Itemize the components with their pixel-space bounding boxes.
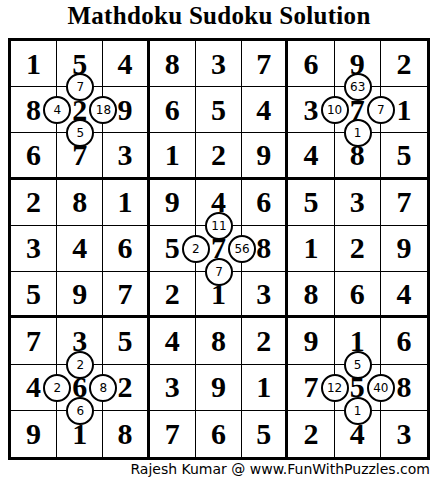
cell-r4c8: 3 — [335, 180, 381, 226]
cell-r3c4: 1 — [150, 133, 196, 179]
cell-r8c7: 7 — [288, 365, 334, 411]
cell-r2c6: 4 — [242, 87, 288, 133]
cell-r5c8: 2 — [335, 226, 381, 272]
cell-r4c5: 4 — [196, 180, 242, 226]
cell-r8c8: 5 — [335, 365, 381, 411]
cell-r2c9: 1 — [381, 87, 427, 133]
cell-r2c3: 9 — [103, 87, 149, 133]
cell-r1c1: 1 — [11, 41, 57, 87]
cell-r3c1: 6 — [11, 133, 57, 179]
cell-r7c8: 1 — [335, 318, 381, 364]
cell-r4c7: 5 — [288, 180, 334, 226]
sudoku-grid: 1548376928296543716731294852819465373465… — [8, 38, 430, 460]
cell-r5c4: 5 — [150, 226, 196, 272]
cell-r6c1: 5 — [11, 272, 57, 318]
cell-r8c4: 3 — [150, 365, 196, 411]
cell-r9c3: 8 — [103, 411, 149, 457]
cell-r4c2: 8 — [57, 180, 103, 226]
cell-r7c2: 3 — [57, 318, 103, 364]
cell-r6c4: 2 — [150, 272, 196, 318]
cell-r4c9: 7 — [381, 180, 427, 226]
cell-r2c7: 3 — [288, 87, 334, 133]
cell-r6c7: 8 — [288, 272, 334, 318]
cell-r7c9: 6 — [381, 318, 427, 364]
page: { "title": "Mathdoku Sudoku Solution", "… — [0, 0, 438, 484]
page-title: Mathdoku Sudoku Solution — [0, 2, 438, 30]
cell-r8c9: 8 — [381, 365, 427, 411]
cell-r3c8: 8 — [335, 133, 381, 179]
cell-r7c1: 7 — [11, 318, 57, 364]
cell-r8c1: 4 — [11, 365, 57, 411]
cell-r3c5: 2 — [196, 133, 242, 179]
cell-r2c2: 2 — [57, 87, 103, 133]
footer-credit: Rajesh Kumar @ www.FunWithPuzzles.com — [0, 461, 430, 477]
cell-r5c7: 1 — [288, 226, 334, 272]
cell-r5c5: 7 — [196, 226, 242, 272]
cell-r9c4: 7 — [150, 411, 196, 457]
cell-r1c7: 6 — [288, 41, 334, 87]
cell-r2c1: 8 — [11, 87, 57, 133]
cell-r7c6: 2 — [242, 318, 288, 364]
cell-r3c3: 3 — [103, 133, 149, 179]
cell-r5c2: 4 — [57, 226, 103, 272]
cell-r1c6: 7 — [242, 41, 288, 87]
cell-r1c9: 2 — [381, 41, 427, 87]
cell-r9c5: 6 — [196, 411, 242, 457]
cell-r9c7: 2 — [288, 411, 334, 457]
cell-r7c5: 8 — [196, 318, 242, 364]
cell-r1c3: 4 — [103, 41, 149, 87]
cell-r2c5: 5 — [196, 87, 242, 133]
cell-r4c1: 2 — [11, 180, 57, 226]
cell-r4c3: 1 — [103, 180, 149, 226]
cell-r9c2: 1 — [57, 411, 103, 457]
cell-r5c6: 8 — [242, 226, 288, 272]
cell-r5c3: 6 — [103, 226, 149, 272]
cell-r4c6: 6 — [242, 180, 288, 226]
cell-r4c4: 9 — [150, 180, 196, 226]
cell-r9c6: 5 — [242, 411, 288, 457]
cell-r8c6: 1 — [242, 365, 288, 411]
cell-r6c6: 3 — [242, 272, 288, 318]
cell-r8c5: 9 — [196, 365, 242, 411]
cell-r3c2: 7 — [57, 133, 103, 179]
cell-r2c4: 6 — [150, 87, 196, 133]
cell-r9c9: 3 — [381, 411, 427, 457]
cell-r7c3: 5 — [103, 318, 149, 364]
cell-r5c9: 9 — [381, 226, 427, 272]
cell-r1c4: 8 — [150, 41, 196, 87]
cell-r7c7: 9 — [288, 318, 334, 364]
cell-r2c8: 7 — [335, 87, 381, 133]
cell-r8c3: 2 — [103, 365, 149, 411]
cell-r3c6: 9 — [242, 133, 288, 179]
cell-r1c2: 5 — [57, 41, 103, 87]
cell-r8c2: 6 — [57, 365, 103, 411]
cell-r6c5: 1 — [196, 272, 242, 318]
cell-r7c4: 4 — [150, 318, 196, 364]
cell-r1c5: 3 — [196, 41, 242, 87]
cell-r1c8: 9 — [335, 41, 381, 87]
cell-r6c9: 4 — [381, 272, 427, 318]
cell-r9c8: 4 — [335, 411, 381, 457]
cell-r3c7: 4 — [288, 133, 334, 179]
cell-r6c8: 6 — [335, 272, 381, 318]
cell-r6c3: 7 — [103, 272, 149, 318]
cell-r6c2: 9 — [57, 272, 103, 318]
cell-r5c1: 3 — [11, 226, 57, 272]
cell-r3c9: 5 — [381, 133, 427, 179]
cell-r9c1: 9 — [11, 411, 57, 457]
